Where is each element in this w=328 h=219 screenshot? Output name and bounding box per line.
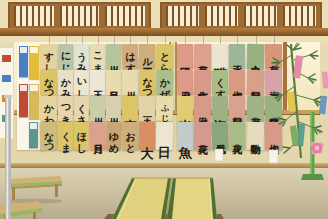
tanzaku-strip <box>322 72 328 88</box>
calligraphy-sheet: こま <box>90 44 105 69</box>
calligraphy-sheet: くさ <box>74 96 90 121</box>
calligraphy-sheet: 朝日 <box>247 70 265 95</box>
calligraphy-sheet: 大切 <box>229 70 245 95</box>
slat-panel <box>60 6 100 26</box>
wood-beam <box>0 28 328 36</box>
calligraphy-sheet: 花火 <box>194 44 211 69</box>
calligraphy-sheet: ルー <box>139 44 155 69</box>
calligraphy-sheet: 花火 <box>194 122 211 150</box>
calligraphy-sheet: 光 <box>177 96 193 121</box>
calligraphy-sheet: 元気 <box>212 122 229 150</box>
calligraphy-sheet: すし <box>40 44 58 69</box>
calligraphy-sheet: くす <box>212 70 229 95</box>
calligraphy-sheet: 森林 <box>265 96 282 121</box>
poster-strip <box>29 84 39 119</box>
calligraphy-sheet: 魚 <box>177 122 193 150</box>
poster-strip <box>19 84 28 117</box>
calligraphy-sheet: 海 <box>212 96 229 121</box>
calligraphy-sheet: なつ <box>139 70 155 95</box>
slat-panel <box>14 6 54 26</box>
slat-panel <box>205 6 238 26</box>
calligraphy-sheet: かわ <box>40 96 58 121</box>
slat-panel <box>283 6 316 26</box>
calligraphy-sheet: 大 <box>139 122 155 150</box>
calligraphy-sheet: くま <box>58 122 73 150</box>
poster-block <box>2 95 11 102</box>
calligraphy-sheet: はす <box>122 44 139 69</box>
calligraphy-sheet: つき <box>58 96 73 121</box>
calligraphy-sheet: ふじ山 <box>156 96 174 121</box>
calligraphy-sheet: にじ <box>58 44 73 69</box>
transom-left <box>8 2 151 30</box>
calligraphy-sheet: かぜ <box>156 70 174 95</box>
calligraphy-sheet: おと <box>122 122 139 150</box>
calligraphy-sheet: かみ <box>58 70 73 95</box>
room-photo: すしなつかわなつにじかみつきくまうみいしくさほしこま三人小川月日小川月日小川ゆめ… <box>0 0 328 219</box>
calligraphy-sheet: 小川 <box>106 44 121 69</box>
poster-strip <box>19 46 28 77</box>
calligraphy-sheet: うみ <box>74 44 90 69</box>
calligraphy-sheet: 三人 <box>90 70 105 95</box>
calligraphy-sheet: 小川 <box>90 96 105 121</box>
calligraphy-sheet: 月日 <box>90 122 105 150</box>
calligraphy-sheet: なつ <box>40 70 58 95</box>
floor <box>0 168 328 219</box>
calligraphy-sheet: 日 <box>156 122 174 150</box>
calligraphy-sheet: 車 <box>122 96 139 121</box>
poster-strip <box>29 46 39 79</box>
calligraphy-sheet: 花火 <box>247 96 265 121</box>
calligraphy-sheet: 大切 <box>265 122 282 150</box>
poster-block <box>2 55 11 62</box>
poster-block <box>2 75 11 82</box>
calligraphy-sheet: ほし <box>74 122 90 150</box>
window-post <box>283 42 287 112</box>
slat-panel <box>105 6 145 26</box>
calligraphy-sheet: 朝日 <box>229 96 245 121</box>
transom-right <box>160 2 322 30</box>
calligraphy-sheet: 動物 <box>247 122 265 150</box>
calligraphy-sheet: 花火 <box>229 122 245 150</box>
poster-strip <box>29 122 38 148</box>
calligraphy-sheet: 夕日 <box>194 96 211 121</box>
calligraphy-sheet: 水玉 <box>229 44 245 69</box>
calligraphy-sheet: 小川 <box>122 70 139 95</box>
calligraphy-sheet: 作文 <box>194 70 211 95</box>
calligraphy-sheet: 夕日 <box>177 70 193 95</box>
calligraphy-sheet: いし <box>74 70 90 95</box>
calligraphy-sheet: とら <box>156 44 174 69</box>
calligraphy-sheet: 風 <box>177 44 193 69</box>
calligraphy-sheet: 七福 <box>265 70 282 95</box>
slat-panel <box>166 6 199 26</box>
calligraphy-sheet: 小川 <box>106 96 121 121</box>
calligraphy-sheet: ゆめ <box>106 122 121 150</box>
calligraphy-sheet: 猫 <box>212 44 229 69</box>
calligraphy-sheet: 全力 <box>247 44 265 69</box>
calligraphy-sheet: 花火 <box>265 44 282 69</box>
calligraphy-sheet: 三人 <box>139 96 155 121</box>
slat-panel <box>244 6 277 26</box>
calligraphy-sheet: なつ <box>40 122 58 150</box>
calligraphy-sheet: 月日 <box>106 70 121 95</box>
poster-block <box>2 115 11 122</box>
